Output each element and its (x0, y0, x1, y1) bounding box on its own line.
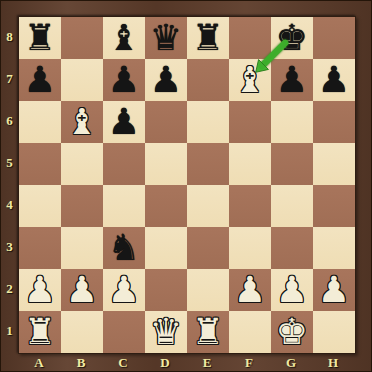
square-f2[interactable]: ♟ (229, 269, 271, 311)
square-c3[interactable]: ♞ (103, 227, 145, 269)
white-pawn[interactable]: ♟ (276, 272, 308, 308)
square-g5[interactable] (271, 143, 313, 185)
white-queen[interactable]: ♛ (150, 314, 182, 350)
file-label-e: E (186, 353, 228, 372)
square-b1[interactable] (61, 311, 103, 353)
black-rook[interactable]: ♜ (192, 20, 224, 56)
square-h6[interactable] (313, 101, 355, 143)
white-pawn[interactable]: ♟ (318, 272, 350, 308)
file-labels: ABCDEFGH (18, 353, 354, 372)
square-a3[interactable] (19, 227, 61, 269)
square-g1[interactable]: ♚ (271, 311, 313, 353)
black-bishop[interactable]: ♝ (108, 20, 140, 56)
square-c1[interactable] (103, 311, 145, 353)
square-a4[interactable] (19, 185, 61, 227)
square-e7[interactable] (187, 59, 229, 101)
black-pawn[interactable]: ♟ (150, 62, 182, 98)
square-b4[interactable] (61, 185, 103, 227)
square-c6[interactable]: ♟ (103, 101, 145, 143)
square-b8[interactable] (61, 17, 103, 59)
black-pawn[interactable]: ♟ (276, 62, 308, 98)
square-h5[interactable] (313, 143, 355, 185)
file-label-g: G (270, 353, 312, 372)
square-b7[interactable] (61, 59, 103, 101)
square-b5[interactable] (61, 143, 103, 185)
rank-label-3: 3 (1, 226, 18, 268)
rank-label-6: 6 (1, 100, 18, 142)
file-label-f: F (228, 353, 270, 372)
black-queen[interactable]: ♛ (150, 20, 182, 56)
square-d6[interactable] (145, 101, 187, 143)
square-a2[interactable]: ♟ (19, 269, 61, 311)
square-e1[interactable]: ♜ (187, 311, 229, 353)
square-b2[interactable]: ♟ (61, 269, 103, 311)
square-e6[interactable] (187, 101, 229, 143)
square-h3[interactable] (313, 227, 355, 269)
rank-labels: 87654321 (1, 16, 18, 352)
square-h1[interactable] (313, 311, 355, 353)
square-c7[interactable]: ♟ (103, 59, 145, 101)
black-rook[interactable]: ♜ (24, 20, 56, 56)
square-h7[interactable]: ♟ (313, 59, 355, 101)
square-c4[interactable] (103, 185, 145, 227)
square-d3[interactable] (145, 227, 187, 269)
square-b6[interactable]: ♝ (61, 101, 103, 143)
square-d8[interactable]: ♛ (145, 17, 187, 59)
square-f4[interactable] (229, 185, 271, 227)
square-f7[interactable]: ♝ (229, 59, 271, 101)
square-a6[interactable] (19, 101, 61, 143)
rank-label-5: 5 (1, 142, 18, 184)
square-d7[interactable]: ♟ (145, 59, 187, 101)
square-f1[interactable] (229, 311, 271, 353)
black-pawn[interactable]: ♟ (108, 62, 140, 98)
square-g7[interactable]: ♟ (271, 59, 313, 101)
square-b3[interactable] (61, 227, 103, 269)
file-label-d: D (144, 353, 186, 372)
square-d1[interactable]: ♛ (145, 311, 187, 353)
rank-label-1: 1 (1, 310, 18, 352)
black-pawn[interactable]: ♟ (24, 62, 56, 98)
square-c8[interactable]: ♝ (103, 17, 145, 59)
black-pawn[interactable]: ♟ (108, 104, 140, 140)
rank-label-8: 8 (1, 16, 18, 58)
square-h8[interactable] (313, 17, 355, 59)
square-h4[interactable] (313, 185, 355, 227)
square-g3[interactable] (271, 227, 313, 269)
black-knight[interactable]: ♞ (108, 230, 140, 266)
square-f8[interactable] (229, 17, 271, 59)
file-label-c: C (102, 353, 144, 372)
white-pawn[interactable]: ♟ (24, 272, 56, 308)
square-g4[interactable] (271, 185, 313, 227)
square-c2[interactable]: ♟ (103, 269, 145, 311)
file-label-h: H (312, 353, 354, 372)
square-e3[interactable] (187, 227, 229, 269)
square-e2[interactable] (187, 269, 229, 311)
file-label-b: B (60, 353, 102, 372)
square-e4[interactable] (187, 185, 229, 227)
rank-label-7: 7 (1, 58, 18, 100)
square-f6[interactable] (229, 101, 271, 143)
rank-label-2: 2 (1, 268, 18, 310)
square-e8[interactable]: ♜ (187, 17, 229, 59)
square-a8[interactable]: ♜ (19, 17, 61, 59)
square-g2[interactable]: ♟ (271, 269, 313, 311)
white-rook[interactable]: ♜ (192, 314, 224, 350)
square-h2[interactable]: ♟ (313, 269, 355, 311)
square-d2[interactable] (145, 269, 187, 311)
square-f3[interactable] (229, 227, 271, 269)
square-a5[interactable] (19, 143, 61, 185)
square-d4[interactable] (145, 185, 187, 227)
white-bishop[interactable]: ♝ (66, 104, 98, 140)
square-g8[interactable]: ♚ (271, 17, 313, 59)
square-d5[interactable] (145, 143, 187, 185)
white-pawn[interactable]: ♟ (66, 272, 98, 308)
square-e5[interactable] (187, 143, 229, 185)
square-a7[interactable]: ♟ (19, 59, 61, 101)
square-f5[interactable] (229, 143, 271, 185)
white-king[interactable]: ♚ (276, 314, 308, 350)
square-a1[interactable]: ♜ (19, 311, 61, 353)
white-pawn[interactable]: ♟ (234, 272, 266, 308)
square-g6[interactable] (271, 101, 313, 143)
square-c5[interactable] (103, 143, 145, 185)
white-rook[interactable]: ♜ (24, 314, 56, 350)
white-pawn[interactable]: ♟ (108, 272, 140, 308)
rank-label-4: 4 (1, 184, 18, 226)
black-pawn[interactable]: ♟ (318, 62, 350, 98)
board: ♜♝♛♜♚♟♟♟♝♟♟♝♟♞♟♟♟♟♟♟♜♛♜♚ (18, 16, 356, 354)
file-label-a: A (18, 353, 60, 372)
chess-board-window: ♜♝♛♜♚♟♟♟♝♟♟♝♟♞♟♟♟♟♟♟♜♛♜♚ 87654321 ABCDEF… (0, 0, 372, 372)
white-bishop[interactable]: ♝ (234, 62, 266, 98)
black-king[interactable]: ♚ (276, 20, 308, 56)
